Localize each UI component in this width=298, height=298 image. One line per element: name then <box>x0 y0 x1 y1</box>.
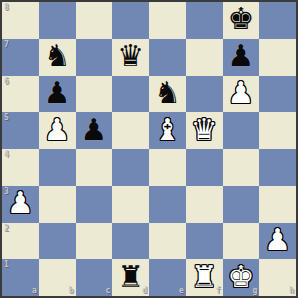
rank-label-8: 8 <box>4 3 9 12</box>
file-label-c: c <box>105 286 110 295</box>
square-g8[interactable]: ♚ <box>223 2 260 39</box>
piece-black-pawn[interactable]: ♟ <box>227 38 254 74</box>
square-a7[interactable]: 7 <box>2 39 39 76</box>
square-f7[interactable] <box>186 39 223 76</box>
square-h7[interactable] <box>259 39 296 76</box>
square-f4[interactable] <box>186 149 223 186</box>
chess-board: 8♚7♞♛♟6♟♞♟5♟♟♝♛43♟2♟1abcd♜ef♜g♚h <box>2 2 296 296</box>
piece-white-pawn[interactable]: ♟ <box>264 222 291 258</box>
piece-white-pawn[interactable]: ♟ <box>7 185 34 221</box>
square-g4[interactable] <box>223 149 260 186</box>
square-b1[interactable]: b <box>39 259 76 296</box>
square-f1[interactable]: f♜ <box>186 259 223 296</box>
square-d5[interactable] <box>112 112 149 149</box>
piece-white-bishop[interactable]: ♝ <box>154 112 181 148</box>
file-label-b: b <box>69 286 74 295</box>
square-f2[interactable] <box>186 223 223 260</box>
square-g6[interactable]: ♟ <box>223 76 260 113</box>
square-d7[interactable]: ♛ <box>112 39 149 76</box>
square-a3[interactable]: 3♟ <box>2 186 39 223</box>
square-e1[interactable]: e <box>149 259 186 296</box>
square-d4[interactable] <box>112 149 149 186</box>
square-c7[interactable] <box>76 39 113 76</box>
square-b6[interactable]: ♟ <box>39 76 76 113</box>
square-d1[interactable]: d♜ <box>112 259 149 296</box>
piece-black-pawn[interactable]: ♟ <box>80 112 107 148</box>
square-g7[interactable]: ♟ <box>223 39 260 76</box>
square-d3[interactable] <box>112 186 149 223</box>
square-c2[interactable] <box>76 223 113 260</box>
square-e8[interactable] <box>149 2 186 39</box>
square-h5[interactable] <box>259 112 296 149</box>
square-f5[interactable]: ♛ <box>186 112 223 149</box>
square-a8[interactable]: 8 <box>2 2 39 39</box>
square-e3[interactable] <box>149 186 186 223</box>
rank-label-5: 5 <box>4 113 9 122</box>
square-e4[interactable] <box>149 149 186 186</box>
square-e5[interactable]: ♝ <box>149 112 186 149</box>
square-g3[interactable] <box>223 186 260 223</box>
square-h4[interactable] <box>259 149 296 186</box>
square-d8[interactable] <box>112 2 149 39</box>
rank-label-6: 6 <box>4 77 9 86</box>
piece-white-rook[interactable]: ♜ <box>191 259 218 295</box>
file-label-e: e <box>179 286 184 295</box>
square-b4[interactable] <box>39 149 76 186</box>
square-h1[interactable]: h <box>259 259 296 296</box>
square-b8[interactable] <box>39 2 76 39</box>
square-d6[interactable] <box>112 76 149 113</box>
piece-white-pawn[interactable]: ♟ <box>227 75 254 111</box>
piece-black-king[interactable]: ♚ <box>227 1 254 37</box>
rank-label-7: 7 <box>4 40 9 49</box>
piece-black-rook[interactable]: ♜ <box>117 259 144 295</box>
square-b7[interactable]: ♞ <box>39 39 76 76</box>
square-a6[interactable]: 6 <box>2 76 39 113</box>
square-c8[interactable] <box>76 2 113 39</box>
square-f6[interactable] <box>186 76 223 113</box>
square-h2[interactable]: ♟ <box>259 223 296 260</box>
piece-black-queen[interactable]: ♛ <box>117 38 144 74</box>
square-g5[interactable] <box>223 112 260 149</box>
square-c3[interactable] <box>76 186 113 223</box>
square-b2[interactable] <box>39 223 76 260</box>
square-d2[interactable] <box>112 223 149 260</box>
piece-white-king[interactable]: ♚ <box>227 259 254 295</box>
square-g2[interactable] <box>223 223 260 260</box>
square-h6[interactable] <box>259 76 296 113</box>
square-c5[interactable]: ♟ <box>76 112 113 149</box>
square-b3[interactable] <box>39 186 76 223</box>
piece-black-knight[interactable]: ♞ <box>154 75 181 111</box>
chess-board-frame: 8♚7♞♛♟6♟♞♟5♟♟♝♛43♟2♟1abcd♜ef♜g♚h <box>0 0 298 298</box>
file-label-h: h <box>289 286 294 295</box>
square-f8[interactable] <box>186 2 223 39</box>
rank-label-4: 4 <box>4 150 9 159</box>
square-h3[interactable] <box>259 186 296 223</box>
square-a5[interactable]: 5 <box>2 112 39 149</box>
square-a1[interactable]: 1a <box>2 259 39 296</box>
square-c6[interactable] <box>76 76 113 113</box>
piece-white-pawn[interactable]: ♟ <box>44 112 71 148</box>
square-e7[interactable] <box>149 39 186 76</box>
square-c4[interactable] <box>76 149 113 186</box>
piece-black-pawn[interactable]: ♟ <box>44 75 71 111</box>
square-e6[interactable]: ♞ <box>149 76 186 113</box>
square-e2[interactable] <box>149 223 186 260</box>
rank-label-1: 1 <box>4 260 9 269</box>
piece-white-queen[interactable]: ♛ <box>191 112 218 148</box>
square-a4[interactable]: 4 <box>2 149 39 186</box>
square-h8[interactable] <box>259 2 296 39</box>
square-a2[interactable]: 2 <box>2 223 39 260</box>
piece-black-knight[interactable]: ♞ <box>44 38 71 74</box>
square-f3[interactable] <box>186 186 223 223</box>
square-g1[interactable]: g♚ <box>223 259 260 296</box>
rank-label-2: 2 <box>4 224 9 233</box>
square-c1[interactable]: c <box>76 259 113 296</box>
file-label-a: a <box>32 286 37 295</box>
square-b5[interactable]: ♟ <box>39 112 76 149</box>
